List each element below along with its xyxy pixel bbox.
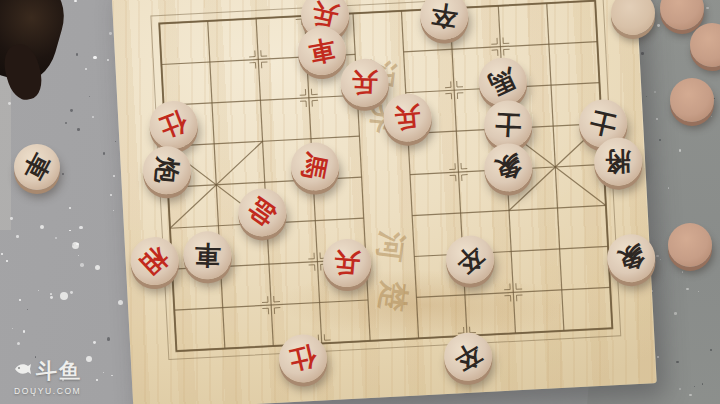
paint-speck xyxy=(674,312,677,315)
paint-speck xyxy=(107,59,109,61)
paint-speck xyxy=(80,263,84,267)
paint-speck xyxy=(74,0,76,2)
paint-speck xyxy=(69,230,71,232)
piece-face-down xyxy=(670,78,714,122)
piece-character: 卒 xyxy=(452,241,489,278)
paint-speck xyxy=(93,56,97,60)
paint-speck xyxy=(676,361,678,363)
paint-speck xyxy=(77,128,80,131)
paint-speck xyxy=(70,291,73,294)
piece-character: 士 xyxy=(494,111,521,138)
paint-speck xyxy=(12,328,13,329)
paint-speck xyxy=(89,96,90,97)
piece-character: 象 xyxy=(492,152,524,184)
piece-face-down xyxy=(668,223,712,267)
paint-speck xyxy=(6,260,8,262)
piece-character: 馬 xyxy=(485,64,520,99)
paint-speck xyxy=(65,122,67,124)
paint-speck xyxy=(69,207,72,210)
piece-character: 仕 xyxy=(287,343,318,374)
paint-speck xyxy=(78,255,79,256)
paint-speck xyxy=(16,235,18,237)
paint-speck xyxy=(23,330,26,333)
piece-character: 帥 xyxy=(244,194,280,230)
paint-speck xyxy=(85,68,87,70)
paint-speck xyxy=(79,226,82,229)
paint-speck xyxy=(60,292,68,300)
paint-speck xyxy=(1,253,3,255)
paint-speck xyxy=(17,342,20,345)
paint-speck xyxy=(72,242,79,249)
paint-speck xyxy=(50,296,53,299)
paint-speck xyxy=(62,173,64,175)
paint-speck xyxy=(118,300,123,305)
paint-speck xyxy=(706,7,709,10)
douyu-domain-text: DOUYU.COM xyxy=(14,386,82,396)
piece-character: 兵 xyxy=(393,104,421,132)
piece-character: 車 xyxy=(306,36,336,66)
paint-speck xyxy=(76,53,79,56)
paint-speck xyxy=(113,210,114,211)
paint-speck xyxy=(660,259,661,260)
paint-speck xyxy=(656,255,659,258)
river-character: 河 xyxy=(368,229,412,264)
paint-speck xyxy=(111,375,113,377)
paint-speck xyxy=(646,96,647,97)
piece-character: 士 xyxy=(587,108,618,139)
paint-speck xyxy=(710,349,711,350)
paint-speck xyxy=(103,152,106,155)
paint-speck xyxy=(110,194,112,196)
xiangqi-board: 汉界河楚 棋乐 兵車兵兵仕炮馬帥車相兵卒馬士象士將卒象卒仕 xyxy=(111,0,657,404)
paint-speck xyxy=(679,388,681,390)
piece-character: 卒 xyxy=(450,339,486,375)
piece-character: 兵 xyxy=(309,0,340,30)
piece-character: 相 xyxy=(136,243,173,280)
paint-speck xyxy=(689,394,692,397)
paint-speck xyxy=(38,290,39,291)
piece-character: 將 xyxy=(604,149,630,175)
paint-speck xyxy=(115,141,116,142)
piece-character: 仕 xyxy=(157,108,191,142)
paint-speck xyxy=(711,116,712,117)
piece-black-chariot: 車 xyxy=(14,144,60,190)
paint-speck xyxy=(8,102,11,105)
paint-speck xyxy=(40,225,44,229)
paint-speck xyxy=(92,116,94,118)
piece-character: 卒 xyxy=(429,1,459,31)
douyu-fish-icon xyxy=(14,362,32,380)
paint-speck xyxy=(109,32,111,34)
douyu-watermark: 斗鱼 DOUYU.COM xyxy=(14,357,82,396)
paint-speck xyxy=(107,337,111,341)
piece-character: 車 xyxy=(19,149,54,184)
paint-speck xyxy=(70,109,73,112)
paint-speck xyxy=(113,175,115,177)
piece-character: 車 xyxy=(194,242,221,269)
paint-speck xyxy=(19,299,20,300)
paint-speck xyxy=(10,217,12,219)
paint-speck xyxy=(103,372,104,373)
paint-speck xyxy=(686,288,689,291)
piece-character: 馬 xyxy=(299,151,329,181)
paint-speck xyxy=(86,356,92,362)
paint-speck xyxy=(50,293,52,295)
piece-character: 象 xyxy=(614,242,646,274)
paint-speck xyxy=(55,237,57,239)
paint-speck xyxy=(95,265,100,270)
paint-speck xyxy=(93,341,96,344)
paint-speck xyxy=(96,379,99,382)
piece-character: 炮 xyxy=(153,156,181,184)
paint-speck xyxy=(27,309,28,310)
paint-speck xyxy=(657,24,660,27)
piece-character: 兵 xyxy=(351,69,378,96)
river-character: 楚 xyxy=(371,279,415,314)
photo-scene: 汉界河楚 棋乐 兵車兵兵仕炮馬帥車相兵卒馬士象士將卒象卒仕 車 斗鱼 DOUYU… xyxy=(0,0,720,404)
douyu-brand-text: 斗鱼 xyxy=(36,357,82,385)
paint-speck xyxy=(641,52,644,55)
piece-character: 兵 xyxy=(333,249,361,277)
paint-speck xyxy=(702,383,703,384)
